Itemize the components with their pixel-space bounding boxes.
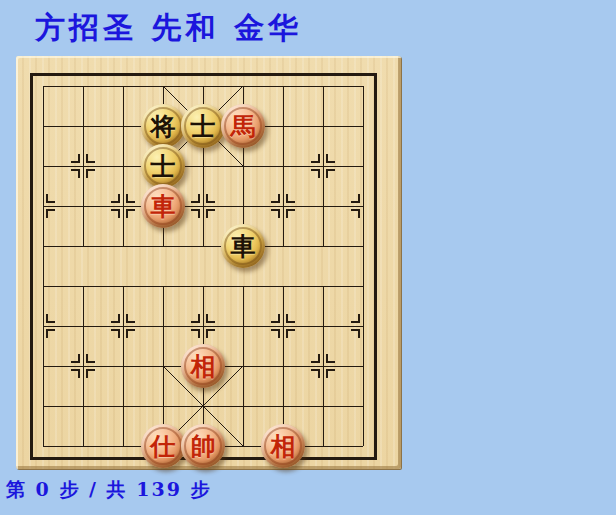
- red-general[interactable]: 帥: [181, 424, 225, 468]
- game-title: 方招圣 先和 金华: [35, 8, 302, 49]
- red-horse[interactable]: 馬: [221, 104, 265, 148]
- black-advisor[interactable]: 士: [181, 104, 225, 148]
- move-counter: 第 0 步 / 共 139 步: [6, 477, 212, 503]
- xiangqi-board[interactable]: 将士馬士車車相仕帥相: [16, 56, 401, 469]
- red-elephant[interactable]: 相: [261, 424, 305, 468]
- piece-glyph: 相: [271, 434, 296, 459]
- piece-glyph: 仕: [151, 434, 176, 459]
- black-chariot[interactable]: 車: [221, 224, 265, 268]
- pieces-layer: 将士馬士車車相仕帥相: [16, 56, 401, 469]
- piece-glyph: 車: [151, 194, 176, 219]
- piece-glyph: 将: [151, 114, 176, 139]
- piece-glyph: 馬: [231, 114, 256, 139]
- black-general[interactable]: 将: [141, 104, 185, 148]
- red-elephant[interactable]: 相: [181, 344, 225, 388]
- piece-glyph: 士: [151, 154, 176, 179]
- piece-glyph: 帥: [191, 434, 216, 459]
- black-advisor[interactable]: 士: [141, 144, 185, 188]
- red-chariot[interactable]: 車: [141, 184, 185, 228]
- piece-glyph: 車: [231, 234, 256, 259]
- red-advisor[interactable]: 仕: [141, 424, 185, 468]
- piece-glyph: 士: [191, 114, 216, 139]
- piece-glyph: 相: [191, 354, 216, 379]
